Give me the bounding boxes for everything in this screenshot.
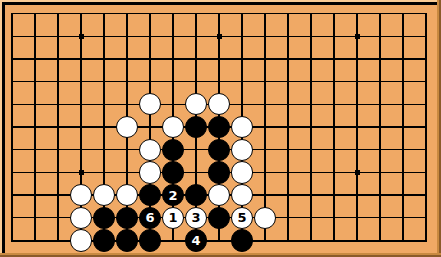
stone-F3 [116,184,138,206]
stone-F1 [116,229,138,251]
stone-E1 [93,229,115,251]
stone-L1 [231,229,253,251]
stone-G3 [139,184,161,206]
stone-L2: 5 [231,207,253,229]
stone-K2 [208,207,230,229]
stone-J6 [185,116,207,138]
stone-H6 [162,116,184,138]
stone-G1 [139,229,161,251]
stone-G4 [139,161,161,183]
stone-L3 [231,184,253,206]
star-point [79,34,84,39]
stone-G2: 6 [139,207,161,229]
stone-E2 [93,207,115,229]
star-point [355,170,360,175]
stone-D2 [70,207,92,229]
stone-L5 [231,139,253,161]
stone-H5 [162,139,184,161]
stone-D3 [70,184,92,206]
stone-H4 [162,161,184,183]
stone-G7 [139,93,161,115]
stone-J3 [185,184,207,206]
grid-line-horizontal [11,58,426,59]
stone-label: 3 [191,211,200,224]
grid-line-horizontal [11,13,426,14]
stone-label: 4 [191,234,200,247]
star-point [217,34,222,39]
stone-L4 [231,161,253,183]
go-diagram[interactable]: 261354 [0,0,441,257]
stone-M2 [254,207,276,229]
stone-K4 [208,161,230,183]
stone-K3 [208,184,230,206]
stone-J1: 4 [185,229,207,251]
frame-top-border [2,2,437,5]
stone-label: 2 [168,189,177,202]
stone-label: 5 [237,211,246,224]
frame-left-border [2,2,5,253]
stone-G5 [139,139,161,161]
star-point [355,34,360,39]
stone-F2 [116,207,138,229]
grid-line-horizontal [11,81,426,82]
stone-label: 6 [145,211,154,224]
stone-E3 [93,184,115,206]
stone-J7 [185,93,207,115]
stone-H2: 1 [162,207,184,229]
star-point [79,170,84,175]
stone-K6 [208,116,230,138]
stone-label: 1 [168,211,177,224]
stone-K5 [208,139,230,161]
stone-D1 [70,229,92,251]
stone-H3: 2 [162,184,184,206]
stone-K7 [208,93,230,115]
stone-F6 [116,116,138,138]
stone-L6 [231,116,253,138]
stone-J2: 3 [185,207,207,229]
